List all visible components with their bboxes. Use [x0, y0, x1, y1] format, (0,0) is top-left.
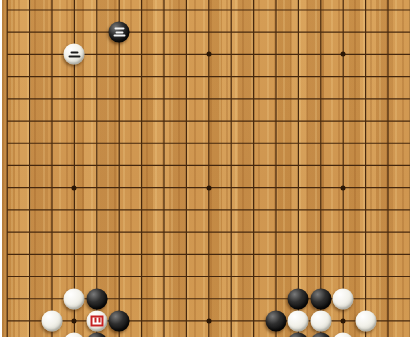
star-point	[206, 52, 211, 57]
stone-white-c14r16[interactable]	[288, 310, 309, 331]
move-number-glyph-四	[90, 315, 103, 326]
move-number-glyph-二	[68, 51, 80, 57]
star-point	[206, 185, 211, 190]
move-number-glyph-三	[113, 28, 125, 37]
star-point	[341, 318, 346, 323]
stone-black-c14r15[interactable]	[288, 288, 309, 309]
star-point	[72, 318, 77, 323]
stone-white-c17r16[interactable]	[355, 310, 376, 331]
stone-black-c15r15[interactable]	[310, 288, 331, 309]
star-point	[206, 318, 211, 323]
stone-white-c15r16[interactable]	[310, 310, 331, 331]
stone-black-c5r15[interactable]	[86, 288, 107, 309]
go-board[interactable]	[2, 0, 410, 337]
star-point	[341, 52, 346, 57]
go-app-window: { "game": "go", "window": { "frame_color…	[0, 0, 412, 340]
stone-black-c6r3-move3[interactable]	[109, 22, 130, 43]
stone-white-c5r16-move4[interactable]	[86, 310, 107, 331]
stone-white-c16r15[interactable]	[333, 288, 354, 309]
stone-white-c3r16[interactable]	[42, 310, 63, 331]
stone-black-c6r16[interactable]	[109, 310, 130, 331]
star-point	[341, 185, 346, 190]
grid-lines	[2, 0, 410, 337]
stone-white-c4r15[interactable]	[64, 288, 85, 309]
stone-white-c4r4-move2[interactable]	[64, 44, 85, 65]
stone-black-c13r16[interactable]	[266, 310, 287, 331]
star-point	[72, 185, 77, 190]
